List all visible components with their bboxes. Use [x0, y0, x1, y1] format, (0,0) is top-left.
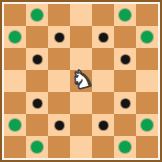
board-square-r5c1[interactable] [4, 92, 26, 114]
board-square-r3c2[interactable] [26, 48, 48, 70]
board-frame: ♞ [0, 0, 162, 162]
board-square-r1c1[interactable] [4, 4, 26, 26]
green-dot-marker [9, 31, 21, 43]
board-square-r3c5[interactable] [92, 48, 114, 70]
board-square-r1c3[interactable] [48, 4, 70, 26]
board-inner-frame: ♞ [2, 2, 160, 160]
board-square-r6c5[interactable] [92, 114, 114, 136]
board-square-r5c2[interactable] [26, 92, 48, 114]
green-dot-marker [31, 9, 43, 21]
board-square-r2c3[interactable] [48, 26, 70, 48]
green-dot-marker [119, 141, 131, 153]
board-square-r2c2[interactable] [26, 26, 48, 48]
board-square-r5c6[interactable] [114, 92, 136, 114]
board-square-r1c6[interactable] [114, 4, 136, 26]
black-dot-marker [121, 99, 130, 108]
board-square-r7c1[interactable] [4, 136, 26, 158]
black-dot-marker [55, 33, 64, 42]
board-square-r6c6[interactable] [114, 114, 136, 136]
black-dot-marker [121, 55, 130, 64]
board-square-r4c6[interactable] [114, 70, 136, 92]
board-square-r6c1[interactable] [4, 114, 26, 136]
black-dot-marker [55, 121, 64, 130]
board-square-r4c2[interactable] [26, 70, 48, 92]
board-square-r2c5[interactable] [92, 26, 114, 48]
board: ♞ [4, 4, 158, 158]
board-square-r6c3[interactable] [48, 114, 70, 136]
board-square-r4c4[interactable]: ♞ [70, 70, 92, 92]
board-square-r7c3[interactable] [48, 136, 70, 158]
black-dot-marker [33, 99, 42, 108]
board-square-r2c6[interactable] [114, 26, 136, 48]
black-dot-marker [99, 121, 108, 130]
board-square-r2c4[interactable] [70, 26, 92, 48]
board-square-r7c4[interactable] [70, 136, 92, 158]
green-dot-marker [9, 119, 21, 131]
board-square-r5c7[interactable] [136, 92, 158, 114]
green-dot-marker [31, 141, 43, 153]
board-square-r1c7[interactable] [136, 4, 158, 26]
board-square-r3c7[interactable] [136, 48, 158, 70]
board-square-r3c3[interactable] [48, 48, 70, 70]
board-square-r6c4[interactable] [70, 114, 92, 136]
board-square-r6c7[interactable] [136, 114, 158, 136]
board-square-r5c4[interactable] [70, 92, 92, 114]
board-square-r4c7[interactable] [136, 70, 158, 92]
board-square-r4c3[interactable] [48, 70, 70, 92]
board-square-r1c4[interactable] [70, 4, 92, 26]
green-dot-marker [119, 9, 131, 21]
board-square-r6c2[interactable] [26, 114, 48, 136]
green-dot-marker [141, 119, 153, 131]
board-square-r7c6[interactable] [114, 136, 136, 158]
board-square-r1c5[interactable] [92, 4, 114, 26]
board-square-r1c2[interactable] [26, 4, 48, 26]
board-square-r3c6[interactable] [114, 48, 136, 70]
black-dot-marker [99, 33, 108, 42]
board-square-r4c1[interactable] [4, 70, 26, 92]
board-square-r5c3[interactable] [48, 92, 70, 114]
board-square-r7c7[interactable] [136, 136, 158, 158]
black-dot-marker [33, 55, 42, 64]
board-square-r3c1[interactable] [4, 48, 26, 70]
board-square-r5c5[interactable] [92, 92, 114, 114]
board-square-r7c5[interactable] [92, 136, 114, 158]
board-square-r2c1[interactable] [4, 26, 26, 48]
board-square-r7c2[interactable] [26, 136, 48, 158]
green-dot-marker [141, 31, 153, 43]
board-square-r4c5[interactable] [92, 70, 114, 92]
board-square-r2c7[interactable] [136, 26, 158, 48]
